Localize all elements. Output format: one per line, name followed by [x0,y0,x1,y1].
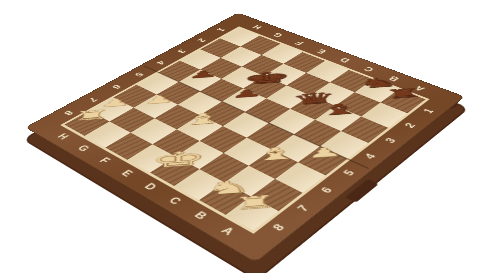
chess-board: AABBCCDDEEFFGGHH1122334455667788 ♜♞♚♜♟♝♝… [25,13,465,263]
file-label-e-rank8-edge: E [113,166,140,182]
playing-area-border [60,26,430,233]
board-3d-tilt: AABBCCDDEEFFGGHH1122334455667788 ♜♞♚♜♟♝♝… [25,13,465,263]
piece-white-P-g6[interactable]: ♟ [129,82,188,106]
rank-label-5-afile-edge: 5 [336,165,364,182]
rank-label-3-afile-edge: 3 [378,133,405,149]
file-label-h-rank8-edge: H [49,130,75,145]
piece-white-R-h8[interactable]: ♜ [60,98,123,123]
file-label-f-rank8-edge: F [91,153,118,169]
rank-label-1-afile-edge: 1 [417,104,442,118]
file-label-g-rank8-edge: G [70,141,96,156]
rank-label-5-hfile-edge: 5 [127,68,151,80]
chess-grid [64,28,425,230]
rank-label-2-afile-edge: 2 [398,118,424,133]
piece-black-R-a1[interactable]: ♜ [369,77,435,102]
piece-black-P-e4[interactable]: ♟ [217,76,276,100]
piece-black-P-g4[interactable]: ♟ [175,58,231,81]
